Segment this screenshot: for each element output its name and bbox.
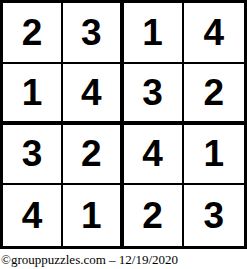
cell-r4c3: 2	[124, 185, 184, 246]
cell-r2c2: 4	[63, 64, 123, 125]
cell-r3c4: 1	[184, 125, 244, 186]
puzzle-page: 2314143232414123 ©grouppuzzles.com – 12/…	[0, 0, 247, 269]
sudoku-board: 2314143232414123	[0, 0, 247, 249]
cell-r1c4: 4	[184, 3, 244, 64]
cell-r4c1: 4	[3, 185, 63, 246]
cell-r2c1: 1	[3, 64, 63, 125]
cell-r1c3: 1	[124, 3, 184, 64]
cell-r3c2: 2	[63, 125, 123, 186]
copyright-credit: ©grouppuzzles.com – 12/19/2020	[1, 252, 178, 267]
cell-r1c1: 2	[3, 3, 63, 64]
cell-r1c2: 3	[63, 3, 123, 64]
cell-r4c4: 3	[184, 185, 244, 246]
cell-r3c1: 3	[3, 125, 63, 186]
cell-r2c3: 3	[124, 64, 184, 125]
cell-r3c3: 4	[124, 125, 184, 186]
cell-r2c4: 2	[184, 64, 244, 125]
cell-r4c2: 1	[63, 185, 123, 246]
